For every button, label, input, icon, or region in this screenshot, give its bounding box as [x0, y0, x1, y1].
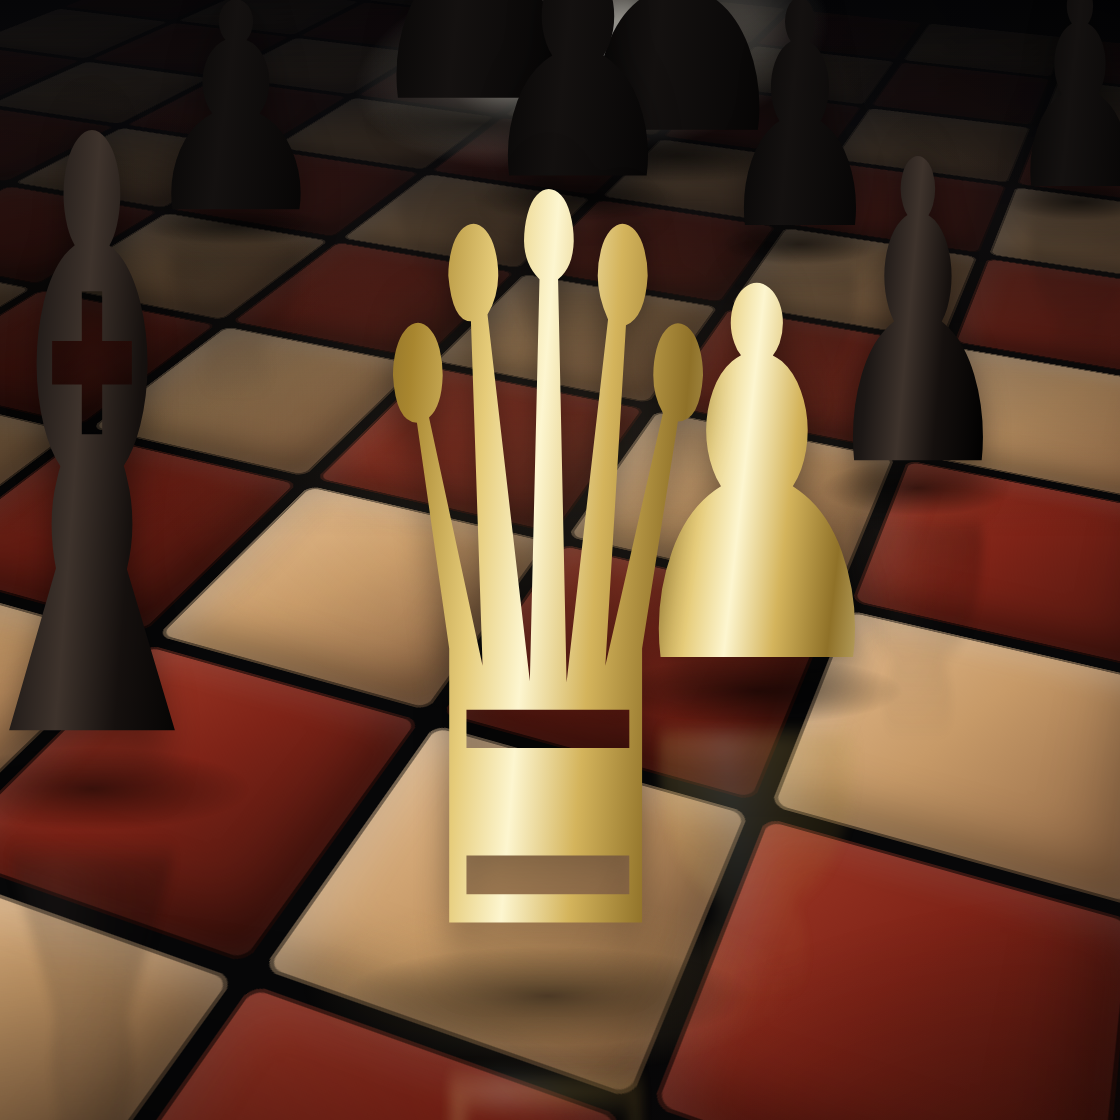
chess-piece-black-bishop[interactable]: ♝	[0, 97, 250, 795]
black-bishop-glyph: ♝	[0, 97, 250, 795]
chess-piece-gold-queen[interactable]: ♛	[342, 148, 753, 1002]
white-queen-glyph: ♛	[342, 148, 753, 1002]
black-pawn-glyph: ♟	[1006, 0, 1120, 208]
chess-piece-black-pawn-7[interactable]: ♟	[1006, 0, 1120, 208]
chess-3d-scene: ♛♛♟♟♝♝♟♟♟♟♟♟♟♟♟♟♟♟♟♟	[0, 0, 1120, 1120]
